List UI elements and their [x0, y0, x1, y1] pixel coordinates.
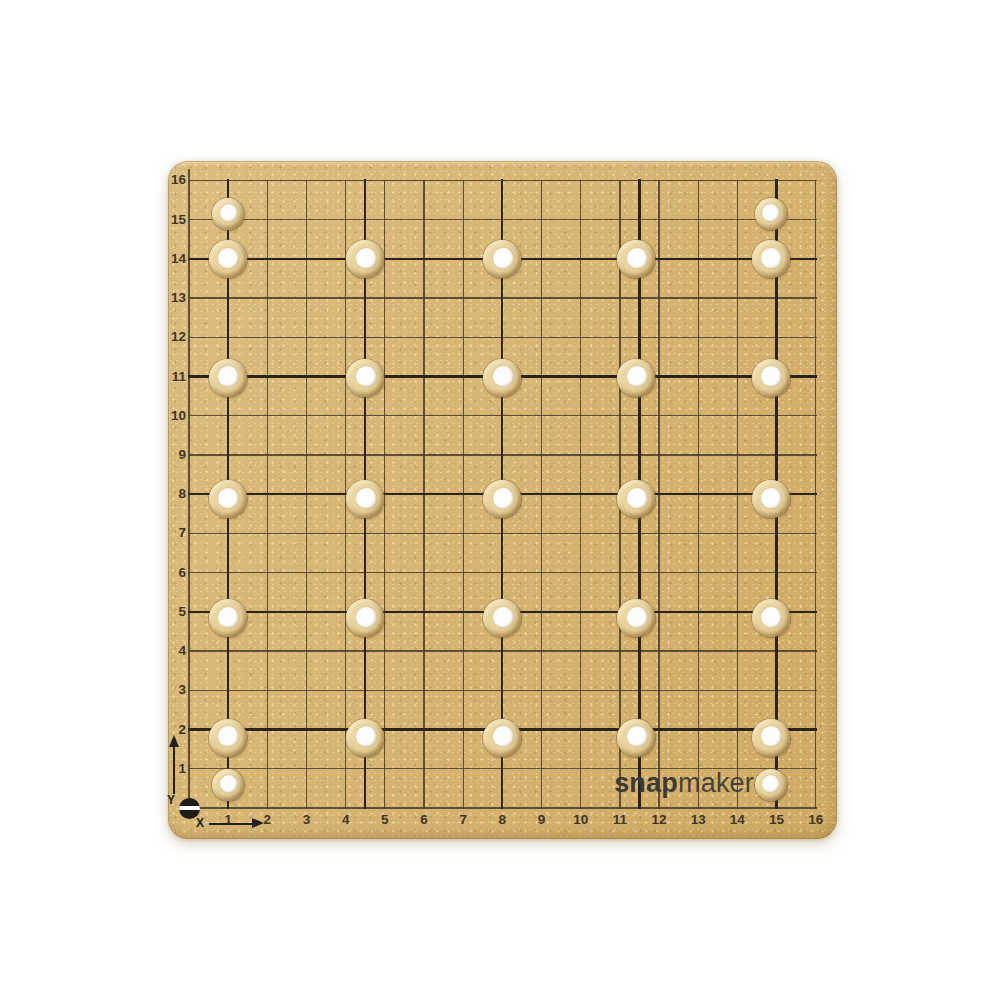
hole-bore	[761, 366, 782, 387]
hole-bore	[493, 726, 514, 747]
threaded-hole	[346, 359, 384, 397]
y-axis-tick-label: 5	[162, 604, 186, 619]
x-axis-tick-label: 5	[370, 812, 400, 827]
hole-bore	[218, 366, 239, 387]
hole-bore	[761, 488, 782, 509]
hole-bore	[627, 248, 648, 269]
hole-bore	[761, 248, 782, 269]
threaded-hole	[752, 719, 790, 757]
y-axis-label: Y	[167, 793, 175, 807]
hole-bore	[356, 726, 377, 747]
hole-bore	[493, 248, 514, 269]
hole-bore	[220, 204, 238, 222]
hole-bore	[761, 607, 782, 628]
hole-bore	[493, 366, 514, 387]
x-axis-tick-label: 6	[409, 812, 439, 827]
x-axis-tick-label: 12	[644, 812, 674, 827]
x-axis-tick-label: 1	[213, 812, 243, 827]
threaded-hole	[209, 719, 247, 757]
y-axis-tick-label: 7	[162, 525, 186, 540]
y-axis-tick-label: 8	[162, 486, 186, 501]
threaded-hole	[346, 240, 384, 278]
hole-bore	[493, 607, 514, 628]
threaded-hole	[752, 240, 790, 278]
threaded-hole	[617, 359, 655, 397]
x-axis-tick-label: 13	[683, 812, 713, 827]
snapmaker-logo: snapmaker	[598, 768, 754, 798]
y-axis-tick-label: 16	[162, 172, 186, 187]
x-axis-tick-label: 9	[527, 812, 557, 827]
threaded-hole	[483, 240, 521, 278]
x-axis-tick-label: 3	[292, 812, 322, 827]
hole-bore	[218, 726, 239, 747]
x-axis-tick-label: 7	[448, 812, 478, 827]
threaded-hole	[752, 480, 790, 518]
hole-bore	[627, 488, 648, 509]
grid-line-horizontal	[180, 807, 817, 808]
x-axis-arrowhead-icon	[252, 818, 264, 828]
threaded-hole	[212, 769, 244, 801]
hole-bore	[627, 607, 648, 628]
threaded-hole	[346, 480, 384, 518]
x-axis-tick-label: 4	[331, 812, 361, 827]
grid-line-vertical	[188, 169, 189, 809]
threaded-hole	[483, 359, 521, 397]
hole-bore	[218, 248, 239, 269]
threaded-hole	[483, 599, 521, 637]
hole-bore	[218, 607, 239, 628]
threaded-hole	[617, 480, 655, 518]
y-axis-arrowhead-icon	[169, 735, 179, 747]
wasteboard: 1234567891011121314151612345678910111213…	[168, 161, 837, 839]
y-axis-tick-label: 6	[162, 565, 186, 580]
threaded-hole	[346, 599, 384, 637]
x-axis-tick-label: 11	[605, 812, 635, 827]
y-axis-tick-label: 13	[162, 290, 186, 305]
x-axis-tick-label: 15	[762, 812, 792, 827]
hole-bore	[627, 726, 648, 747]
threaded-hole	[209, 359, 247, 397]
hole-bore	[220, 775, 238, 793]
y-axis-tick-label: 9	[162, 447, 186, 462]
threaded-hole	[209, 240, 247, 278]
threaded-hole	[617, 599, 655, 637]
hole-bore	[761, 726, 782, 747]
hole-bore	[356, 607, 377, 628]
threaded-hole	[617, 240, 655, 278]
x-axis-tick-label: 8	[487, 812, 517, 827]
hole-bore	[356, 488, 377, 509]
hole-bore	[218, 488, 239, 509]
y-axis-tick-label: 14	[162, 251, 186, 266]
hole-bore	[493, 488, 514, 509]
threaded-hole	[755, 769, 787, 801]
hole-bore	[356, 366, 377, 387]
logo-text-maker: maker	[678, 768, 754, 798]
hole-bore	[762, 204, 780, 222]
y-axis-tick-label: 15	[162, 212, 186, 227]
y-axis-tick-label: 10	[162, 408, 186, 423]
y-axis-tick-label: 3	[162, 682, 186, 697]
y-axis-tick-label: 4	[162, 643, 186, 658]
photo-background: 1234567891011121314151612345678910111213…	[0, 0, 1000, 1000]
x-axis-tick-label: 16	[801, 812, 831, 827]
x-axis-label: X	[196, 816, 204, 830]
y-axis-tick-label: 11	[162, 369, 186, 384]
y-axis-arrow-shaft	[173, 747, 175, 794]
threaded-hole	[752, 359, 790, 397]
hole-bore	[762, 775, 780, 793]
y-axis-tick-label: 12	[162, 329, 186, 344]
threaded-hole	[752, 599, 790, 637]
threaded-hole	[209, 480, 247, 518]
hole-bore	[356, 248, 377, 269]
threaded-hole	[617, 719, 655, 757]
x-axis-tick-label: 14	[722, 812, 752, 827]
x-axis-arrow-shaft	[209, 823, 253, 825]
hole-bore	[627, 366, 648, 387]
logo-text-snap: snap	[614, 768, 678, 798]
threaded-hole	[483, 480, 521, 518]
x-axis-tick-label: 10	[566, 812, 596, 827]
threaded-hole	[212, 198, 244, 230]
threaded-hole	[346, 719, 384, 757]
threaded-hole	[209, 599, 247, 637]
threaded-hole	[755, 198, 787, 230]
threaded-hole	[483, 719, 521, 757]
